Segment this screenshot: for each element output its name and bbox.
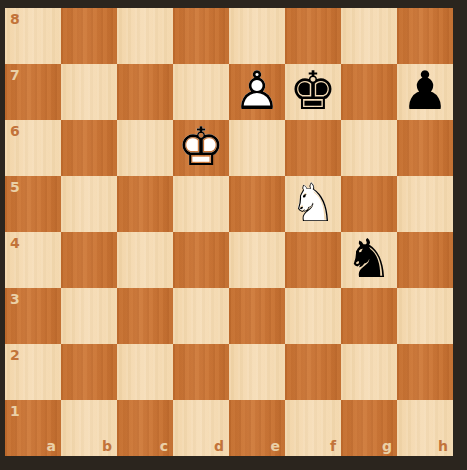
- square-a1[interactable]: 1a: [5, 400, 61, 456]
- black-king-icon: ♚: [285, 64, 341, 120]
- rank-label-5: 5: [10, 180, 20, 194]
- rank-label-6: 6: [10, 124, 20, 138]
- square-c4[interactable]: [117, 232, 173, 288]
- square-g3[interactable]: [341, 288, 397, 344]
- square-c7[interactable]: [117, 64, 173, 120]
- square-b8[interactable]: [61, 8, 117, 64]
- square-f5[interactable]: ♞♘: [285, 176, 341, 232]
- square-c1[interactable]: c: [117, 400, 173, 456]
- square-c6[interactable]: [117, 120, 173, 176]
- white-king-d6[interactable]: ♚♔: [173, 120, 229, 176]
- square-b1[interactable]: b: [61, 400, 117, 456]
- square-h7[interactable]: ♟: [397, 64, 453, 120]
- square-h8[interactable]: [397, 8, 453, 64]
- file-label-h: h: [438, 439, 448, 453]
- square-e7[interactable]: ♟♙: [229, 64, 285, 120]
- square-a8[interactable]: 8: [5, 8, 61, 64]
- square-f3[interactable]: [285, 288, 341, 344]
- square-c8[interactable]: [117, 8, 173, 64]
- square-d1[interactable]: d: [173, 400, 229, 456]
- file-label-f: f: [330, 439, 336, 453]
- square-h1[interactable]: h: [397, 400, 453, 456]
- black-knight-icon: ♞: [341, 232, 397, 288]
- rank-label-4: 4: [10, 236, 20, 250]
- square-e5[interactable]: [229, 176, 285, 232]
- square-b2[interactable]: [61, 344, 117, 400]
- square-g4[interactable]: ♞: [341, 232, 397, 288]
- square-c3[interactable]: [117, 288, 173, 344]
- square-e8[interactable]: [229, 8, 285, 64]
- chess-board: 87♟♙♚♟6♚♔5♞♘4♞321abcdefgh: [5, 8, 453, 456]
- rank-label-1: 1: [10, 404, 20, 418]
- square-b5[interactable]: [61, 176, 117, 232]
- rank-label-8: 8: [10, 12, 20, 26]
- rank-label-7: 7: [10, 68, 20, 82]
- square-h6[interactable]: [397, 120, 453, 176]
- square-a7[interactable]: 7: [5, 64, 61, 120]
- rank-label-2: 2: [10, 348, 20, 362]
- white-pawn-e7[interactable]: ♟♙: [229, 64, 285, 120]
- file-label-g: g: [382, 439, 392, 453]
- square-g5[interactable]: [341, 176, 397, 232]
- square-g2[interactable]: [341, 344, 397, 400]
- white-knight-f5[interactable]: ♞♘: [285, 176, 341, 232]
- black-pawn-icon: ♟: [397, 64, 453, 120]
- square-f4[interactable]: [285, 232, 341, 288]
- square-c2[interactable]: [117, 344, 173, 400]
- square-b6[interactable]: [61, 120, 117, 176]
- square-d3[interactable]: [173, 288, 229, 344]
- square-d4[interactable]: [173, 232, 229, 288]
- square-c5[interactable]: [117, 176, 173, 232]
- square-f6[interactable]: [285, 120, 341, 176]
- square-e2[interactable]: [229, 344, 285, 400]
- king-outline-icon: ♔: [173, 120, 229, 176]
- pawn-outline-icon: ♙: [229, 64, 285, 120]
- square-h5[interactable]: [397, 176, 453, 232]
- rank-label-3: 3: [10, 292, 20, 306]
- square-a3[interactable]: 3: [5, 288, 61, 344]
- square-h3[interactable]: [397, 288, 453, 344]
- square-h4[interactable]: [397, 232, 453, 288]
- knight-outline-icon: ♘: [285, 176, 341, 232]
- black-king-f7[interactable]: ♚: [285, 64, 341, 120]
- square-a2[interactable]: 2: [5, 344, 61, 400]
- square-f7[interactable]: ♚: [285, 64, 341, 120]
- square-g7[interactable]: [341, 64, 397, 120]
- square-d7[interactable]: [173, 64, 229, 120]
- file-label-e: e: [271, 439, 281, 453]
- square-f2[interactable]: [285, 344, 341, 400]
- square-d5[interactable]: [173, 176, 229, 232]
- square-d2[interactable]: [173, 344, 229, 400]
- file-label-d: d: [214, 439, 224, 453]
- black-pawn-h7[interactable]: ♟: [397, 64, 453, 120]
- square-e4[interactable]: [229, 232, 285, 288]
- square-f1[interactable]: f: [285, 400, 341, 456]
- black-knight-g4[interactable]: ♞: [341, 232, 397, 288]
- square-e6[interactable]: [229, 120, 285, 176]
- square-b4[interactable]: [61, 232, 117, 288]
- square-e3[interactable]: [229, 288, 285, 344]
- square-g8[interactable]: [341, 8, 397, 64]
- square-a6[interactable]: 6: [5, 120, 61, 176]
- square-g6[interactable]: [341, 120, 397, 176]
- square-h2[interactable]: [397, 344, 453, 400]
- square-g1[interactable]: g: [341, 400, 397, 456]
- file-label-b: b: [102, 439, 112, 453]
- board-frame: 87♟♙♚♟6♚♔5♞♘4♞321abcdefgh: [0, 0, 467, 470]
- square-d6[interactable]: ♚♔: [173, 120, 229, 176]
- file-label-c: c: [160, 439, 168, 453]
- square-d8[interactable]: [173, 8, 229, 64]
- square-e1[interactable]: e: [229, 400, 285, 456]
- square-b7[interactable]: [61, 64, 117, 120]
- file-label-a: a: [47, 439, 56, 453]
- square-a4[interactable]: 4: [5, 232, 61, 288]
- square-a5[interactable]: 5: [5, 176, 61, 232]
- square-b3[interactable]: [61, 288, 117, 344]
- square-f8[interactable]: [285, 8, 341, 64]
